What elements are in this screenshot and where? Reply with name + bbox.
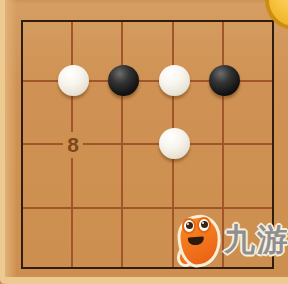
mascot-right-eye	[197, 217, 211, 233]
board-bevel-bottom	[0, 277, 288, 284]
board-cell[interactable]	[123, 209, 174, 267]
board-cell[interactable]	[224, 145, 272, 209]
white-stone	[159, 65, 190, 96]
board-bevel-left	[0, 0, 5, 284]
board-cell[interactable]	[73, 209, 123, 267]
black-stone	[108, 65, 139, 96]
watermark: 九游	[176, 213, 288, 266]
white-stone	[58, 65, 89, 96]
board-top-shade	[0, 0, 288, 4]
board-cell[interactable]	[23, 209, 73, 267]
black-stone	[209, 65, 240, 96]
white-stone	[159, 128, 190, 159]
ninegame-mascot-icon	[176, 213, 221, 266]
brand-text: 九游	[224, 219, 288, 261]
game-screenshot: 8 九游	[0, 0, 288, 284]
board-label: 8	[63, 132, 83, 158]
mascot-left-eye	[182, 218, 196, 234]
board-left-shade	[5, 0, 17, 284]
